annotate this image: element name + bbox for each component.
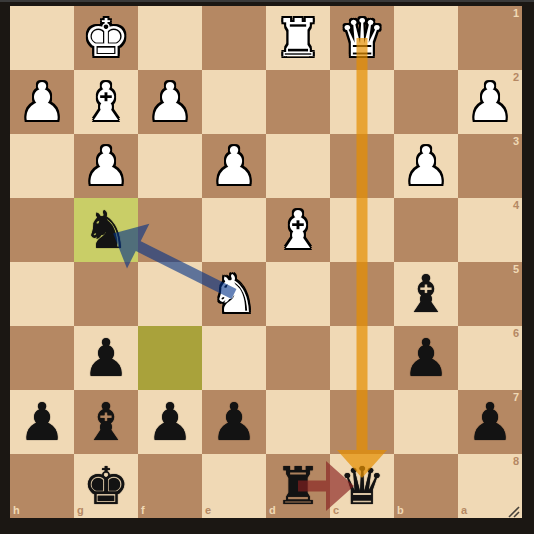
piece-black-knight-g4[interactable]: ♞ xyxy=(74,198,138,262)
piece-white-bishop-g2[interactable]: ♝ xyxy=(74,70,138,134)
square-g5[interactable] xyxy=(74,262,138,326)
square-c6[interactable] xyxy=(330,326,394,390)
piece-black-bishop-g7[interactable]: ♝ xyxy=(74,390,138,454)
square-a1[interactable]: 1 xyxy=(458,6,522,70)
square-f8[interactable]: f xyxy=(138,454,202,518)
piece-white-pawn-f2[interactable]: ♟ xyxy=(138,70,202,134)
piece-white-pawn-b3[interactable]: ♟ xyxy=(394,134,458,198)
piece-black-pawn-b6[interactable]: ♟ xyxy=(394,326,458,390)
square-b2[interactable] xyxy=(394,70,458,134)
square-h6[interactable] xyxy=(10,326,74,390)
rank-label-3: 3 xyxy=(513,136,519,147)
piece-black-rook-d8[interactable]: ♜ xyxy=(266,454,330,518)
square-d3[interactable] xyxy=(266,134,330,198)
square-c4[interactable] xyxy=(330,198,394,262)
square-f3[interactable] xyxy=(138,134,202,198)
piece-white-rook-d1[interactable]: ♜ xyxy=(266,6,330,70)
square-e4[interactable] xyxy=(202,198,266,262)
piece-black-pawn-f7[interactable]: ♟ xyxy=(138,390,202,454)
window-edge xyxy=(0,0,534,2)
piece-black-pawn-g6[interactable]: ♟ xyxy=(74,326,138,390)
file-label-f: f xyxy=(141,505,145,516)
rank-label-8: 8 xyxy=(513,456,519,467)
piece-black-king-g8[interactable]: ♚ xyxy=(74,454,138,518)
file-label-e: e xyxy=(205,505,211,516)
square-b1[interactable] xyxy=(394,6,458,70)
rank-label-6: 6 xyxy=(513,328,519,339)
square-h5[interactable] xyxy=(10,262,74,326)
square-d7[interactable] xyxy=(266,390,330,454)
piece-black-bishop-b5[interactable]: ♝ xyxy=(394,262,458,326)
square-h1[interactable] xyxy=(10,6,74,70)
piece-white-pawn-g3[interactable]: ♟ xyxy=(74,134,138,198)
piece-white-bishop-d4[interactable]: ♝ xyxy=(266,198,330,262)
rank-label-4: 4 xyxy=(513,200,519,211)
piece-black-pawn-e7[interactable]: ♟ xyxy=(202,390,266,454)
square-f4[interactable] xyxy=(138,198,202,262)
piece-white-knight-e5[interactable]: ♞ xyxy=(202,262,266,326)
square-a6[interactable]: 6 xyxy=(458,326,522,390)
square-c2[interactable] xyxy=(330,70,394,134)
piece-white-pawn-a2[interactable]: ♟ xyxy=(458,70,522,134)
square-b4[interactable] xyxy=(394,198,458,262)
square-b8[interactable]: b xyxy=(394,454,458,518)
board-resize-handle-icon[interactable] xyxy=(507,505,521,519)
piece-white-pawn-e3[interactable]: ♟ xyxy=(202,134,266,198)
square-d5[interactable] xyxy=(266,262,330,326)
piece-white-king-g1[interactable]: ♚ xyxy=(74,6,138,70)
piece-white-queen-c1[interactable]: ♛ xyxy=(330,6,394,70)
square-h3[interactable] xyxy=(10,134,74,198)
piece-black-pawn-a7[interactable]: ♟ xyxy=(458,390,522,454)
square-f6[interactable] xyxy=(138,326,202,390)
square-c5[interactable] xyxy=(330,262,394,326)
square-e6[interactable] xyxy=(202,326,266,390)
rank-label-1: 1 xyxy=(513,8,519,19)
square-c7[interactable] xyxy=(330,390,394,454)
piece-black-queen-c8[interactable]: ♛ xyxy=(330,454,394,518)
square-h8[interactable]: h xyxy=(10,454,74,518)
chess-board: 1234567hgfedcb8a♚♜♛♟♝♟♟♟♟♟♝♞♞♝♟♟♟♝♟♟♟♚♜♛ xyxy=(10,6,522,518)
square-a5[interactable]: 5 xyxy=(458,262,522,326)
square-d6[interactable] xyxy=(266,326,330,390)
square-e1[interactable] xyxy=(202,6,266,70)
square-f1[interactable] xyxy=(138,6,202,70)
square-e8[interactable]: e xyxy=(202,454,266,518)
file-label-a: a xyxy=(461,505,467,516)
square-a4[interactable]: 4 xyxy=(458,198,522,262)
square-e2[interactable] xyxy=(202,70,266,134)
file-label-h: h xyxy=(13,505,20,516)
file-label-b: b xyxy=(397,505,404,516)
piece-white-pawn-h2[interactable]: ♟ xyxy=(10,70,74,134)
square-a3[interactable]: 3 xyxy=(458,134,522,198)
board-frame: 1234567hgfedcb8a♚♜♛♟♝♟♟♟♟♟♝♞♞♝♟♟♟♝♟♟♟♚♜♛ xyxy=(0,0,534,534)
piece-black-pawn-h7[interactable]: ♟ xyxy=(10,390,74,454)
square-d2[interactable] xyxy=(266,70,330,134)
square-c3[interactable] xyxy=(330,134,394,198)
square-f5[interactable] xyxy=(138,262,202,326)
rank-label-5: 5 xyxy=(513,264,519,275)
square-h4[interactable] xyxy=(10,198,74,262)
square-b7[interactable] xyxy=(394,390,458,454)
